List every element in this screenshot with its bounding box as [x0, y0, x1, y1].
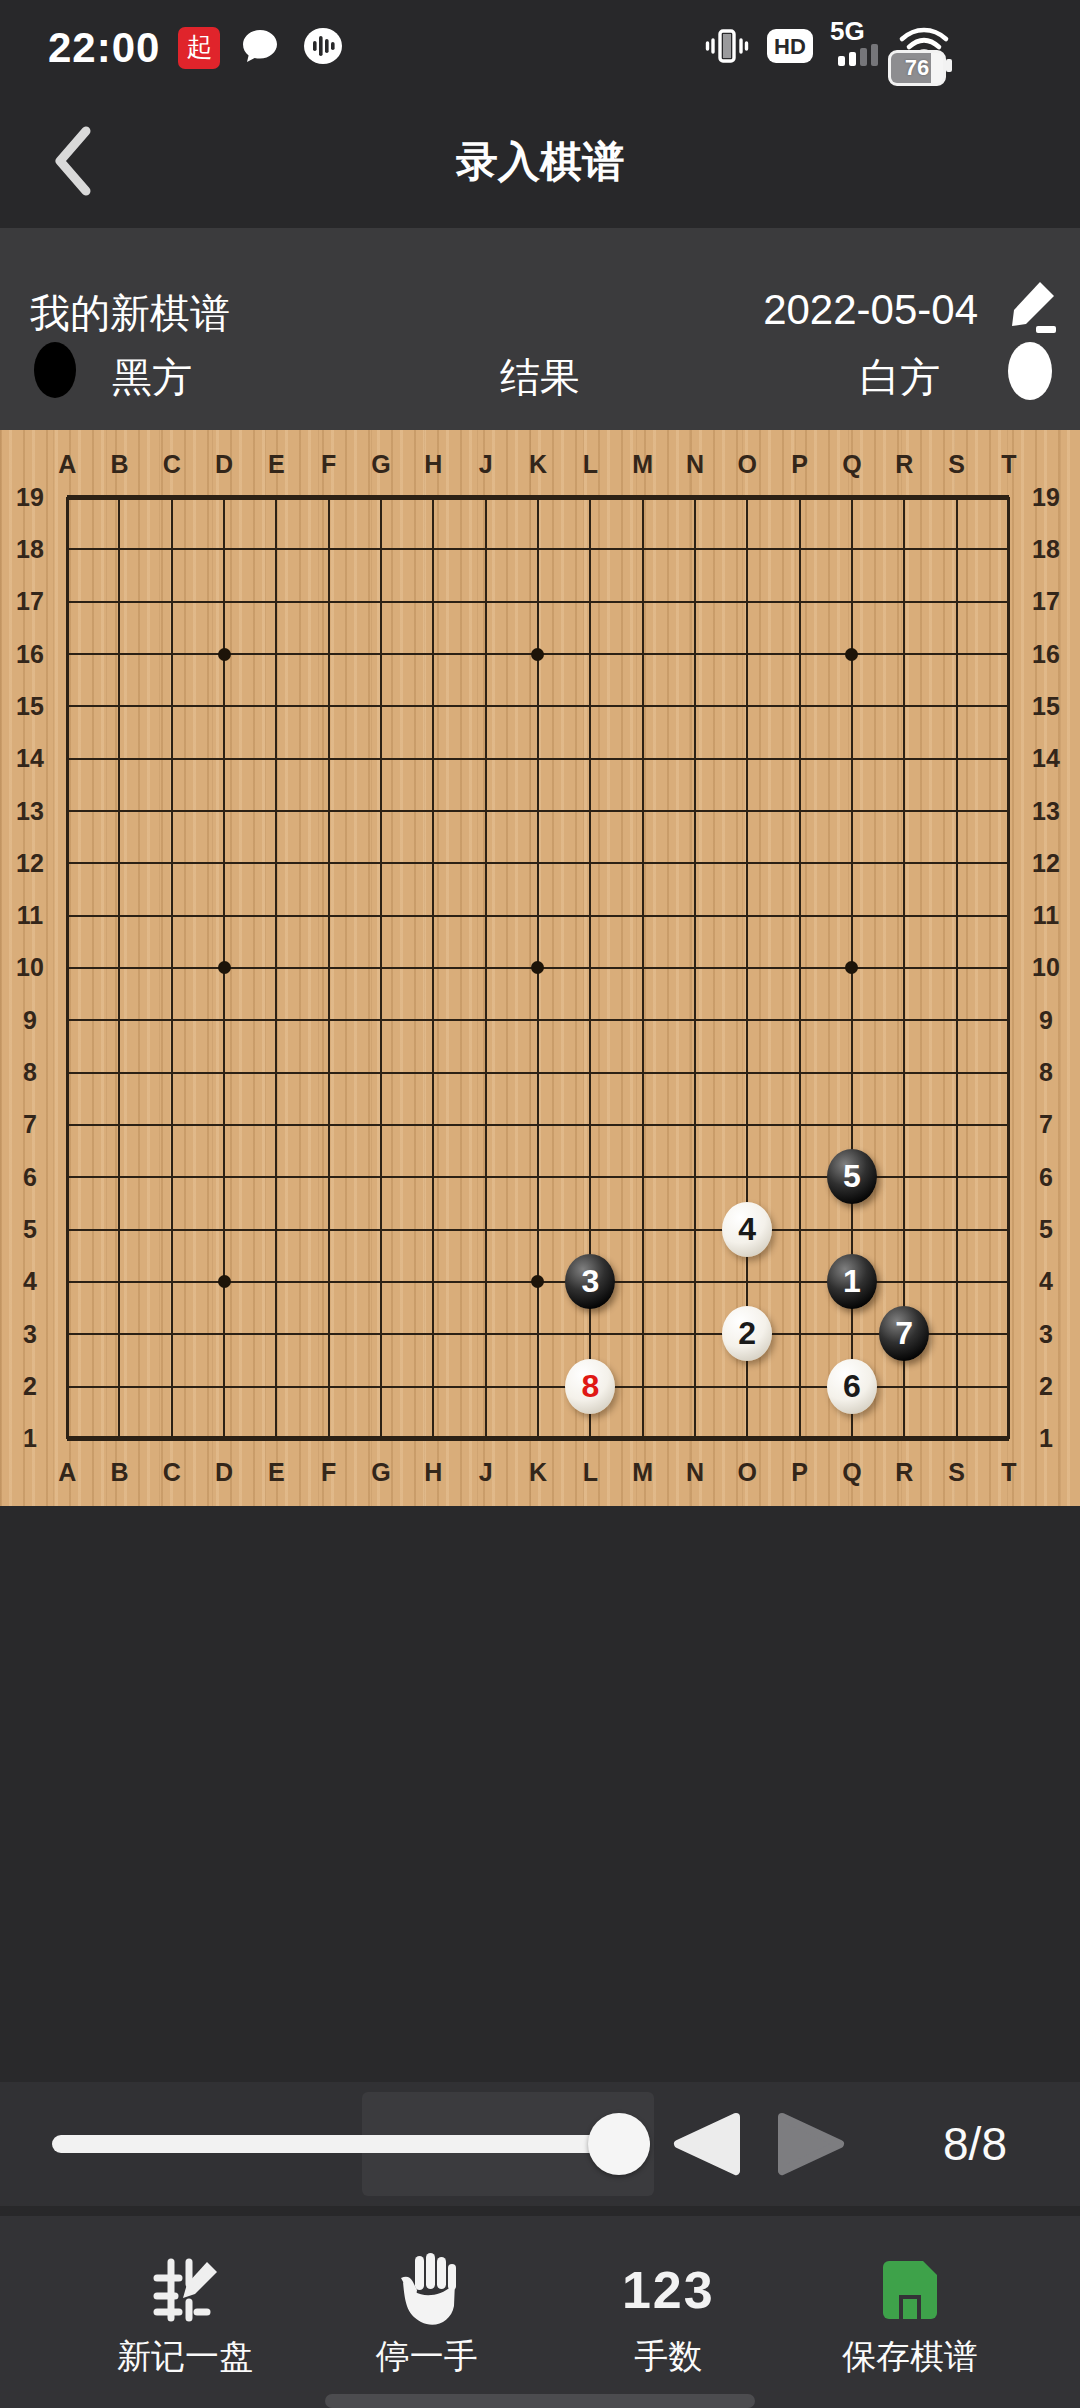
board-intersection-B12[interactable] — [93, 837, 145, 889]
board-intersection-M8[interactable] — [616, 1046, 668, 1098]
board-intersection-A16[interactable] — [41, 628, 93, 680]
board-intersection-T2[interactable] — [983, 1360, 1035, 1412]
board-intersection-R17[interactable] — [878, 576, 930, 628]
board-intersection-G14[interactable] — [355, 733, 407, 785]
board-intersection-E12[interactable] — [250, 837, 302, 889]
board-intersection-B8[interactable] — [93, 1046, 145, 1098]
board-intersection-J14[interactable] — [460, 733, 512, 785]
board-intersection-G13[interactable] — [355, 785, 407, 837]
board-intersection-T14[interactable] — [983, 733, 1035, 785]
board-intersection-D1[interactable] — [198, 1413, 250, 1465]
board-intersection-J10[interactable] — [460, 942, 512, 994]
board-intersection-M15[interactable] — [616, 680, 668, 732]
board-intersection-H14[interactable] — [407, 733, 459, 785]
board-intersection-P13[interactable] — [773, 785, 825, 837]
move-slider-track[interactable] — [52, 2135, 650, 2153]
board-intersection-M13[interactable] — [616, 785, 668, 837]
board-intersection-K14[interactable] — [512, 733, 564, 785]
board-intersection-Q1[interactable] — [826, 1413, 878, 1465]
board-intersection-N13[interactable] — [669, 785, 721, 837]
board-intersection-L14[interactable] — [564, 733, 616, 785]
board-intersection-F5[interactable] — [303, 1203, 355, 1255]
board-intersection-M18[interactable] — [616, 523, 668, 575]
board-intersection-S19[interactable] — [930, 471, 982, 523]
board-intersection-B1[interactable] — [93, 1413, 145, 1465]
board-intersection-K11[interactable] — [512, 890, 564, 942]
board-intersection-Q6[interactable]: 5 — [826, 1151, 878, 1203]
board-intersection-D17[interactable] — [198, 576, 250, 628]
board-intersection-D6[interactable] — [198, 1151, 250, 1203]
board-intersection-O11[interactable] — [721, 890, 773, 942]
board-intersection-G19[interactable] — [355, 471, 407, 523]
board-intersection-J13[interactable] — [460, 785, 512, 837]
board-intersection-N17[interactable] — [669, 576, 721, 628]
board-intersection-O13[interactable] — [721, 785, 773, 837]
board-intersection-H17[interactable] — [407, 576, 459, 628]
board-intersection-D5[interactable] — [198, 1203, 250, 1255]
board-intersection-B17[interactable] — [93, 576, 145, 628]
board-intersection-B16[interactable] — [93, 628, 145, 680]
board-intersection-P9[interactable] — [773, 994, 825, 1046]
board-intersection-T11[interactable] — [983, 890, 1035, 942]
board-intersection-H8[interactable] — [407, 1046, 459, 1098]
board-intersection-D14[interactable] — [198, 733, 250, 785]
board-intersection-B15[interactable] — [93, 680, 145, 732]
board-intersection-C11[interactable] — [146, 890, 198, 942]
board-intersection-E3[interactable] — [250, 1308, 302, 1360]
board-intersection-K9[interactable] — [512, 994, 564, 1046]
board-intersection-F9[interactable] — [303, 994, 355, 1046]
board-intersection-O6[interactable] — [721, 1151, 773, 1203]
board-intersection-F7[interactable] — [303, 1099, 355, 1151]
board-intersection-G15[interactable] — [355, 680, 407, 732]
board-intersection-A19[interactable] — [41, 471, 93, 523]
board-intersection-S13[interactable] — [930, 785, 982, 837]
board-intersection-H5[interactable] — [407, 1203, 459, 1255]
board-intersection-C5[interactable] — [146, 1203, 198, 1255]
board-intersection-Q2[interactable]: 6 — [826, 1360, 878, 1412]
board-intersection-T18[interactable] — [983, 523, 1035, 575]
board-intersection-R10[interactable] — [878, 942, 930, 994]
board-intersection-G12[interactable] — [355, 837, 407, 889]
board-intersection-H6[interactable] — [407, 1151, 459, 1203]
board-intersection-O9[interactable] — [721, 994, 773, 1046]
board-intersection-P4[interactable] — [773, 1256, 825, 1308]
board-intersection-R6[interactable] — [878, 1151, 930, 1203]
board-intersection-N9[interactable] — [669, 994, 721, 1046]
board-intersection-J8[interactable] — [460, 1046, 512, 1098]
board-intersection-R1[interactable] — [878, 1413, 930, 1465]
board-intersection-P17[interactable] — [773, 576, 825, 628]
board-intersection-C6[interactable] — [146, 1151, 198, 1203]
board-intersection-E14[interactable] — [250, 733, 302, 785]
board-intersection-T5[interactable] — [983, 1203, 1035, 1255]
board-intersection-E11[interactable] — [250, 890, 302, 942]
board-intersection-M11[interactable] — [616, 890, 668, 942]
board-intersection-T4[interactable] — [983, 1256, 1035, 1308]
board-intersection-P19[interactable] — [773, 471, 825, 523]
board-intersection-Q3[interactable] — [826, 1308, 878, 1360]
board-intersection-K7[interactable] — [512, 1099, 564, 1151]
board-intersection-N15[interactable] — [669, 680, 721, 732]
board-intersection-T16[interactable] — [983, 628, 1035, 680]
board-intersection-O7[interactable] — [721, 1099, 773, 1151]
board-intersection-T12[interactable] — [983, 837, 1035, 889]
board-intersection-T15[interactable] — [983, 680, 1035, 732]
board-intersection-C19[interactable] — [146, 471, 198, 523]
board-intersection-A1[interactable] — [41, 1413, 93, 1465]
board-intersection-E13[interactable] — [250, 785, 302, 837]
board-intersection-E4[interactable] — [250, 1256, 302, 1308]
board-intersection-D13[interactable] — [198, 785, 250, 837]
board-intersection-P8[interactable] — [773, 1046, 825, 1098]
board-intersection-R2[interactable] — [878, 1360, 930, 1412]
board-intersection-N4[interactable] — [669, 1256, 721, 1308]
board-intersection-A13[interactable] — [41, 785, 93, 837]
board-intersection-M6[interactable] — [616, 1151, 668, 1203]
board-intersection-C17[interactable] — [146, 576, 198, 628]
board-intersection-L5[interactable] — [564, 1203, 616, 1255]
board-intersection-B13[interactable] — [93, 785, 145, 837]
board-intersection-G16[interactable] — [355, 628, 407, 680]
board-intersection-C2[interactable] — [146, 1360, 198, 1412]
board-intersection-K6[interactable] — [512, 1151, 564, 1203]
board-intersection-J11[interactable] — [460, 890, 512, 942]
board-intersection-E8[interactable] — [250, 1046, 302, 1098]
board-intersection-J12[interactable] — [460, 837, 512, 889]
board-intersection-Q17[interactable] — [826, 576, 878, 628]
board-intersection-T8[interactable] — [983, 1046, 1035, 1098]
board-intersection-G2[interactable] — [355, 1360, 407, 1412]
board-intersection-E1[interactable] — [250, 1413, 302, 1465]
board-intersection-E6[interactable] — [250, 1151, 302, 1203]
board-intersection-M12[interactable] — [616, 837, 668, 889]
board-intersection-N3[interactable] — [669, 1308, 721, 1360]
board-intersection-L11[interactable] — [564, 890, 616, 942]
board-intersection-K2[interactable] — [512, 1360, 564, 1412]
board-intersection-T19[interactable] — [983, 471, 1035, 523]
board-intersection-F4[interactable] — [303, 1256, 355, 1308]
board-intersection-S9[interactable] — [930, 994, 982, 1046]
board-intersection-J17[interactable] — [460, 576, 512, 628]
board-intersection-S2[interactable] — [930, 1360, 982, 1412]
board-intersection-J7[interactable] — [460, 1099, 512, 1151]
board-intersection-G7[interactable] — [355, 1099, 407, 1151]
board-intersection-J15[interactable] — [460, 680, 512, 732]
board-intersection-J6[interactable] — [460, 1151, 512, 1203]
board-intersection-E18[interactable] — [250, 523, 302, 575]
board-intersection-A11[interactable] — [41, 890, 93, 942]
board-intersection-H15[interactable] — [407, 680, 459, 732]
board-intersection-G6[interactable] — [355, 1151, 407, 1203]
board-intersection-N8[interactable] — [669, 1046, 721, 1098]
previous-move-button[interactable] — [668, 2111, 742, 2177]
board-intersection-C12[interactable] — [146, 837, 198, 889]
board-intersection-B4[interactable] — [93, 1256, 145, 1308]
board-intersection-K16[interactable] — [512, 628, 564, 680]
board-intersection-Q8[interactable] — [826, 1046, 878, 1098]
board-intersection-N10[interactable] — [669, 942, 721, 994]
board-intersection-L6[interactable] — [564, 1151, 616, 1203]
board-intersection-Q15[interactable] — [826, 680, 878, 732]
board-intersection-R3[interactable]: 7 — [878, 1308, 930, 1360]
board-intersection-C13[interactable] — [146, 785, 198, 837]
board-intersection-P2[interactable] — [773, 1360, 825, 1412]
board-intersection-P11[interactable] — [773, 890, 825, 942]
board-intersection-O12[interactable] — [721, 837, 773, 889]
board-intersection-S11[interactable] — [930, 890, 982, 942]
board-intersection-S10[interactable] — [930, 942, 982, 994]
board-intersection-N7[interactable] — [669, 1099, 721, 1151]
board-intersection-L12[interactable] — [564, 837, 616, 889]
board-intersection-S6[interactable] — [930, 1151, 982, 1203]
board-intersection-M7[interactable] — [616, 1099, 668, 1151]
board-intersection-M5[interactable] — [616, 1203, 668, 1255]
board-intersection-S14[interactable] — [930, 733, 982, 785]
board-intersection-A5[interactable] — [41, 1203, 93, 1255]
board-intersection-R9[interactable] — [878, 994, 930, 1046]
board-intersection-S18[interactable] — [930, 523, 982, 575]
board-intersection-F3[interactable] — [303, 1308, 355, 1360]
board-intersection-Q18[interactable] — [826, 523, 878, 575]
board-intersection-H13[interactable] — [407, 785, 459, 837]
board-intersection-Q16[interactable] — [826, 628, 878, 680]
board-intersection-P12[interactable] — [773, 837, 825, 889]
board-intersection-B3[interactable] — [93, 1308, 145, 1360]
board-intersection-D15[interactable] — [198, 680, 250, 732]
board-intersection-Q7[interactable] — [826, 1099, 878, 1151]
board-intersection-G1[interactable] — [355, 1413, 407, 1465]
board-intersection-H2[interactable] — [407, 1360, 459, 1412]
board-intersection-T13[interactable] — [983, 785, 1035, 837]
board-intersection-P3[interactable] — [773, 1308, 825, 1360]
board-intersection-T17[interactable] — [983, 576, 1035, 628]
board-intersection-K17[interactable] — [512, 576, 564, 628]
board-intersection-A6[interactable] — [41, 1151, 93, 1203]
board-intersection-P15[interactable] — [773, 680, 825, 732]
move-count-button[interactable]: 123 手数 — [553, 2216, 783, 2408]
board-intersection-J19[interactable] — [460, 471, 512, 523]
board-intersection-C18[interactable] — [146, 523, 198, 575]
board-intersection-S8[interactable] — [930, 1046, 982, 1098]
board-intersection-R16[interactable] — [878, 628, 930, 680]
board-intersection-L2[interactable]: 8 — [564, 1360, 616, 1412]
board-intersection-G8[interactable] — [355, 1046, 407, 1098]
board-intersection-S16[interactable] — [930, 628, 982, 680]
board-intersection-A2[interactable] — [41, 1360, 93, 1412]
home-indicator[interactable] — [325, 2394, 755, 2408]
board-intersection-M14[interactable] — [616, 733, 668, 785]
board-intersection-F19[interactable] — [303, 471, 355, 523]
board-intersection-A9[interactable] — [41, 994, 93, 1046]
board-intersection-Q11[interactable] — [826, 890, 878, 942]
board-intersection-R14[interactable] — [878, 733, 930, 785]
board-intersection-D10[interactable] — [198, 942, 250, 994]
board-intersection-D18[interactable] — [198, 523, 250, 575]
board-intersection-J5[interactable] — [460, 1203, 512, 1255]
board-intersection-J16[interactable] — [460, 628, 512, 680]
board-intersection-C10[interactable] — [146, 942, 198, 994]
board-intersection-D3[interactable] — [198, 1308, 250, 1360]
board-intersection-N14[interactable] — [669, 733, 721, 785]
board-intersection-J2[interactable] — [460, 1360, 512, 1412]
board-intersection-L17[interactable] — [564, 576, 616, 628]
board-intersection-A18[interactable] — [41, 523, 93, 575]
board-intersection-E2[interactable] — [250, 1360, 302, 1412]
board-intersection-O15[interactable] — [721, 680, 773, 732]
board-intersection-D19[interactable] — [198, 471, 250, 523]
board-intersection-H9[interactable] — [407, 994, 459, 1046]
board-intersection-E7[interactable] — [250, 1099, 302, 1151]
board-intersection-D12[interactable] — [198, 837, 250, 889]
board-intersection-N2[interactable] — [669, 1360, 721, 1412]
board-intersection-P14[interactable] — [773, 733, 825, 785]
board-intersection-S7[interactable] — [930, 1099, 982, 1151]
board-intersection-F13[interactable] — [303, 785, 355, 837]
board-intersection-H12[interactable] — [407, 837, 459, 889]
board-intersection-Q4[interactable]: 1 — [826, 1256, 878, 1308]
board-intersection-L19[interactable] — [564, 471, 616, 523]
board-intersection-O17[interactable] — [721, 576, 773, 628]
board-intersection-F8[interactable] — [303, 1046, 355, 1098]
board-intersection-F11[interactable] — [303, 890, 355, 942]
board-intersection-D7[interactable] — [198, 1099, 250, 1151]
board-intersection-S5[interactable] — [930, 1203, 982, 1255]
board-intersection-N5[interactable] — [669, 1203, 721, 1255]
board-intersection-R11[interactable] — [878, 890, 930, 942]
board-intersection-F1[interactable] — [303, 1413, 355, 1465]
board-intersection-E16[interactable] — [250, 628, 302, 680]
board-intersection-J18[interactable] — [460, 523, 512, 575]
board-intersection-A8[interactable] — [41, 1046, 93, 1098]
board-intersection-K4[interactable] — [512, 1256, 564, 1308]
board-intersection-H19[interactable] — [407, 471, 459, 523]
board-intersection-N19[interactable] — [669, 471, 721, 523]
board-intersection-Q14[interactable] — [826, 733, 878, 785]
board-intersection-E10[interactable] — [250, 942, 302, 994]
board-intersection-F14[interactable] — [303, 733, 355, 785]
board-intersection-H3[interactable] — [407, 1308, 459, 1360]
board-intersection-E5[interactable] — [250, 1203, 302, 1255]
board-intersection-S15[interactable] — [930, 680, 982, 732]
board-intersection-S17[interactable] — [930, 576, 982, 628]
board-intersection-O4[interactable] — [721, 1256, 773, 1308]
board-intersection-O1[interactable] — [721, 1413, 773, 1465]
board-intersection-H1[interactable] — [407, 1413, 459, 1465]
save-record-button[interactable]: 保存棋谱 — [795, 2216, 1025, 2408]
board-intersection-C9[interactable] — [146, 994, 198, 1046]
edit-pencil-icon[interactable] — [1000, 276, 1062, 338]
board-intersection-L18[interactable] — [564, 523, 616, 575]
board-intersection-M10[interactable] — [616, 942, 668, 994]
board-intersection-Q12[interactable] — [826, 837, 878, 889]
board-intersection-M16[interactable] — [616, 628, 668, 680]
board-intersection-T10[interactable] — [983, 942, 1035, 994]
board-intersection-O16[interactable] — [721, 628, 773, 680]
move-slider-thumb[interactable] — [588, 2113, 650, 2175]
board-intersection-K18[interactable] — [512, 523, 564, 575]
board-intersection-O10[interactable] — [721, 942, 773, 994]
pass-button[interactable]: 停一手 — [312, 2216, 542, 2408]
board-intersection-A17[interactable] — [41, 576, 93, 628]
board-intersection-L9[interactable] — [564, 994, 616, 1046]
board-intersection-B6[interactable] — [93, 1151, 145, 1203]
board-intersection-C8[interactable] — [146, 1046, 198, 1098]
board-intersection-Q9[interactable] — [826, 994, 878, 1046]
board-intersection-M9[interactable] — [616, 994, 668, 1046]
board-intersection-J4[interactable] — [460, 1256, 512, 1308]
board-intersection-L15[interactable] — [564, 680, 616, 732]
board-intersection-L10[interactable] — [564, 942, 616, 994]
board-intersection-G18[interactable] — [355, 523, 407, 575]
board-intersection-K1[interactable] — [512, 1413, 564, 1465]
board-intersection-O5[interactable]: 4 — [721, 1203, 773, 1255]
board-intersection-K8[interactable] — [512, 1046, 564, 1098]
board-intersection-T7[interactable] — [983, 1099, 1035, 1151]
board-intersection-C3[interactable] — [146, 1308, 198, 1360]
board-intersection-S12[interactable] — [930, 837, 982, 889]
board-intersection-J1[interactable] — [460, 1413, 512, 1465]
board-intersection-B10[interactable] — [93, 942, 145, 994]
board-intersection-T6[interactable] — [983, 1151, 1035, 1203]
board-intersection-A10[interactable] — [41, 942, 93, 994]
board-intersection-O19[interactable] — [721, 471, 773, 523]
board-intersection-F12[interactable] — [303, 837, 355, 889]
board-intersection-K10[interactable] — [512, 942, 564, 994]
board-intersection-B5[interactable] — [93, 1203, 145, 1255]
board-intersection-A15[interactable] — [41, 680, 93, 732]
board-intersection-R5[interactable] — [878, 1203, 930, 1255]
board-intersection-B9[interactable] — [93, 994, 145, 1046]
board-intersection-R4[interactable] — [878, 1256, 930, 1308]
board-intersection-F17[interactable] — [303, 576, 355, 628]
board-intersection-M1[interactable] — [616, 1413, 668, 1465]
board-intersection-P10[interactable] — [773, 942, 825, 994]
board-intersection-C7[interactable] — [146, 1099, 198, 1151]
board-intersection-Q19[interactable] — [826, 471, 878, 523]
board-intersection-P16[interactable] — [773, 628, 825, 680]
board-intersection-F6[interactable] — [303, 1151, 355, 1203]
board-intersection-G17[interactable] — [355, 576, 407, 628]
board-intersection-D11[interactable] — [198, 890, 250, 942]
board-intersection-D4[interactable] — [198, 1256, 250, 1308]
board-intersection-B18[interactable] — [93, 523, 145, 575]
board-intersection-A12[interactable] — [41, 837, 93, 889]
board-intersection-R13[interactable] — [878, 785, 930, 837]
board-intersection-G10[interactable] — [355, 942, 407, 994]
board-intersection-D16[interactable] — [198, 628, 250, 680]
board-intersection-G9[interactable] — [355, 994, 407, 1046]
board-intersection-N6[interactable] — [669, 1151, 721, 1203]
board-intersection-H7[interactable] — [407, 1099, 459, 1151]
board-intersection-O8[interactable] — [721, 1046, 773, 1098]
board-intersection-G5[interactable] — [355, 1203, 407, 1255]
board-intersection-B19[interactable] — [93, 471, 145, 523]
board-intersection-C16[interactable] — [146, 628, 198, 680]
board-intersection-P1[interactable] — [773, 1413, 825, 1465]
board-intersection-H10[interactable] — [407, 942, 459, 994]
board-intersection-M17[interactable] — [616, 576, 668, 628]
board-intersection-O2[interactable] — [721, 1360, 773, 1412]
board-intersection-R19[interactable] — [878, 471, 930, 523]
board-intersection-P6[interactable] — [773, 1151, 825, 1203]
board-intersection-B2[interactable] — [93, 1360, 145, 1412]
board-intersection-R7[interactable] — [878, 1099, 930, 1151]
board-intersection-L3[interactable] — [564, 1308, 616, 1360]
board-intersection-P7[interactable] — [773, 1099, 825, 1151]
board-intersection-J9[interactable] — [460, 994, 512, 1046]
board-intersection-S4[interactable] — [930, 1256, 982, 1308]
